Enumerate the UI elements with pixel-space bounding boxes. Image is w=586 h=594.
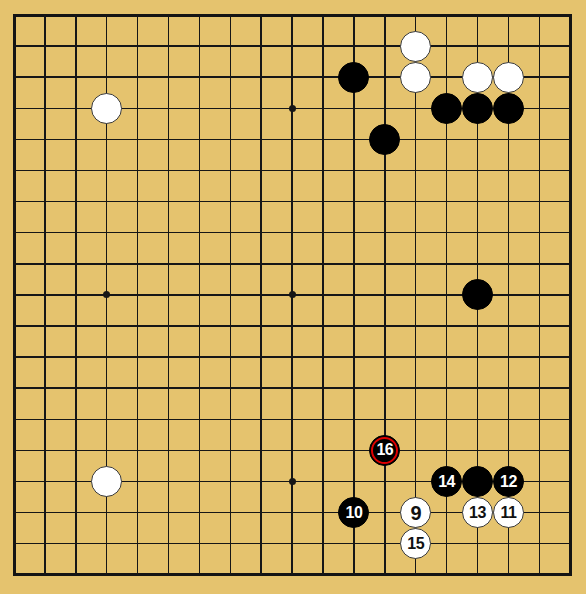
grid-line-horizontal — [14, 356, 570, 358]
move-number-label: 12 — [500, 473, 517, 489]
grid-line-vertical — [415, 15, 417, 575]
go-diagram: 910111213141516 — [0, 0, 586, 594]
star-point — [289, 478, 296, 485]
grid-line-vertical — [353, 15, 355, 575]
grid-line-horizontal — [14, 325, 570, 327]
stone-black — [369, 124, 400, 155]
stone-black — [338, 62, 369, 93]
grid-line-vertical — [539, 15, 541, 575]
stone-white — [400, 62, 431, 93]
stone-white — [493, 62, 524, 93]
stone-white — [400, 31, 431, 62]
grid-line-horizontal — [14, 450, 570, 452]
move-number-label: 9 — [410, 502, 421, 522]
move-number-label: 14 — [438, 473, 455, 489]
move-number-label: 16 — [376, 442, 393, 458]
move-number-label: 11 — [500, 504, 516, 520]
move-number-label: 15 — [407, 535, 424, 551]
star-point — [289, 105, 296, 112]
stone-white — [462, 62, 493, 93]
grid-line-horizontal — [14, 543, 570, 545]
stone-white — [91, 466, 122, 497]
star-point — [289, 291, 296, 298]
grid-line-vertical — [384, 15, 386, 575]
stone-black — [493, 93, 524, 124]
grid-line-vertical — [322, 15, 324, 575]
stone-white-move-13: 13 — [462, 497, 493, 528]
grid-line-horizontal — [14, 387, 570, 389]
stone-black — [462, 93, 493, 124]
stone-black — [431, 93, 462, 124]
stone-black-move-14: 14 — [431, 466, 462, 497]
stone-black-move-12: 12 — [493, 466, 524, 497]
stone-black-move-16: 16 — [369, 435, 400, 466]
move-number-label: 13 — [469, 504, 486, 520]
stone-black — [462, 466, 493, 497]
move-number-label: 10 — [345, 504, 362, 520]
stone-white-move-11: 11 — [493, 497, 524, 528]
grid-line-horizontal — [14, 419, 570, 421]
go-board[interactable]: 910111213141516 — [0, 0, 586, 594]
stone-white — [91, 93, 122, 124]
